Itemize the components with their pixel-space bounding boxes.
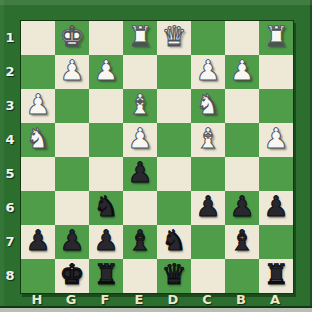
white-rook: ♜ <box>263 23 288 51</box>
square-g3[interactable] <box>55 89 89 123</box>
square-a7[interactable] <box>259 225 293 259</box>
square-f2[interactable]: ♟ <box>89 55 123 89</box>
square-h7[interactable]: ♟ <box>21 225 55 259</box>
square-b3[interactable] <box>225 89 259 123</box>
square-e6[interactable] <box>123 191 157 225</box>
chess-board: ♚♜♛♜♟♟♟♟♟♝♞♞♟♝♟♟♞♟♟♟♟♟♟♝♞♝♚♜♛♜ <box>20 20 294 294</box>
chess-board-frame: 12345678 ♚♜♛♜♟♟♟♟♟♝♞♞♟♝♟♟♞♟♟♟♟♟♟♝♞♝♚♜♛♜ … <box>0 0 312 312</box>
frame-bottom-edge <box>0 306 312 312</box>
square-d4[interactable] <box>157 123 191 157</box>
white-pawn: ♟ <box>59 57 84 85</box>
square-b6[interactable]: ♟ <box>225 191 259 225</box>
square-g2[interactable]: ♟ <box>55 55 89 89</box>
rank-label-7: 7 <box>0 224 20 258</box>
square-e2[interactable] <box>123 55 157 89</box>
square-c4[interactable]: ♝ <box>191 123 225 157</box>
white-pawn: ♟ <box>263 125 288 153</box>
square-a8[interactable]: ♜ <box>259 259 293 293</box>
black-knight: ♞ <box>93 193 118 221</box>
square-a2[interactable] <box>259 55 293 89</box>
black-pawn: ♟ <box>59 227 84 255</box>
square-c1[interactable] <box>191 21 225 55</box>
square-c6[interactable]: ♟ <box>191 191 225 225</box>
black-pawn: ♟ <box>229 193 254 221</box>
square-b8[interactable] <box>225 259 259 293</box>
white-queen: ♛ <box>161 23 186 51</box>
square-d2[interactable] <box>157 55 191 89</box>
square-a5[interactable] <box>259 157 293 191</box>
square-h4[interactable]: ♞ <box>21 123 55 157</box>
square-b5[interactable] <box>225 157 259 191</box>
rank-label-5: 5 <box>0 156 20 190</box>
square-d6[interactable] <box>157 191 191 225</box>
square-b4[interactable] <box>225 123 259 157</box>
black-pawn: ♟ <box>93 227 118 255</box>
square-d8[interactable]: ♛ <box>157 259 191 293</box>
white-bishop: ♝ <box>195 125 220 153</box>
black-queen: ♛ <box>161 261 186 289</box>
square-e1[interactable]: ♜ <box>123 21 157 55</box>
square-c3[interactable]: ♞ <box>191 89 225 123</box>
square-f7[interactable]: ♟ <box>89 225 123 259</box>
rank-label-6: 6 <box>0 190 20 224</box>
white-king: ♚ <box>59 23 84 51</box>
square-d1[interactable]: ♛ <box>157 21 191 55</box>
rank-label-1: 1 <box>0 20 20 54</box>
square-d5[interactable] <box>157 157 191 191</box>
black-rook: ♜ <box>263 261 288 289</box>
square-e4[interactable]: ♟ <box>123 123 157 157</box>
black-bishop: ♝ <box>229 227 254 255</box>
square-f6[interactable]: ♞ <box>89 191 123 225</box>
black-rook: ♜ <box>93 261 118 289</box>
square-e8[interactable] <box>123 259 157 293</box>
rank-labels: 12345678 <box>0 20 20 292</box>
square-b2[interactable]: ♟ <box>225 55 259 89</box>
black-king: ♚ <box>59 261 84 289</box>
square-h2[interactable] <box>21 55 55 89</box>
rank-label-3: 3 <box>0 88 20 122</box>
square-a1[interactable]: ♜ <box>259 21 293 55</box>
square-a3[interactable] <box>259 89 293 123</box>
black-bishop: ♝ <box>127 227 152 255</box>
white-pawn: ♟ <box>229 57 254 85</box>
square-c8[interactable] <box>191 259 225 293</box>
square-h1[interactable] <box>21 21 55 55</box>
black-knight: ♞ <box>161 227 186 255</box>
rank-label-2: 2 <box>0 54 20 88</box>
square-g5[interactable] <box>55 157 89 191</box>
square-f4[interactable] <box>89 123 123 157</box>
square-h6[interactable] <box>21 191 55 225</box>
square-g7[interactable]: ♟ <box>55 225 89 259</box>
black-pawn: ♟ <box>263 193 288 221</box>
rank-label-4: 4 <box>0 122 20 156</box>
black-pawn: ♟ <box>25 227 50 255</box>
square-e7[interactable]: ♝ <box>123 225 157 259</box>
square-g6[interactable] <box>55 191 89 225</box>
square-b7[interactable]: ♝ <box>225 225 259 259</box>
black-pawn: ♟ <box>127 159 152 187</box>
square-d7[interactable]: ♞ <box>157 225 191 259</box>
square-c2[interactable]: ♟ <box>191 55 225 89</box>
square-b1[interactable] <box>225 21 259 55</box>
white-rook: ♜ <box>127 23 152 51</box>
white-pawn: ♟ <box>25 91 50 119</box>
square-h5[interactable] <box>21 157 55 191</box>
square-a6[interactable]: ♟ <box>259 191 293 225</box>
square-a4[interactable]: ♟ <box>259 123 293 157</box>
square-g8[interactable]: ♚ <box>55 259 89 293</box>
white-bishop: ♝ <box>127 91 152 119</box>
rank-label-8: 8 <box>0 258 20 292</box>
square-c7[interactable] <box>191 225 225 259</box>
square-g4[interactable] <box>55 123 89 157</box>
square-f8[interactable]: ♜ <box>89 259 123 293</box>
square-f1[interactable] <box>89 21 123 55</box>
square-e3[interactable]: ♝ <box>123 89 157 123</box>
square-h3[interactable]: ♟ <box>21 89 55 123</box>
white-pawn: ♟ <box>93 57 118 85</box>
white-knight: ♞ <box>25 125 50 153</box>
square-f5[interactable] <box>89 157 123 191</box>
square-c5[interactable] <box>191 157 225 191</box>
square-e5[interactable]: ♟ <box>123 157 157 191</box>
square-h8[interactable] <box>21 259 55 293</box>
white-knight: ♞ <box>195 91 220 119</box>
square-d3[interactable] <box>157 89 191 123</box>
black-pawn: ♟ <box>195 193 220 221</box>
square-f3[interactable] <box>89 89 123 123</box>
square-g1[interactable]: ♚ <box>55 21 89 55</box>
white-pawn: ♟ <box>195 57 220 85</box>
white-pawn: ♟ <box>127 125 152 153</box>
